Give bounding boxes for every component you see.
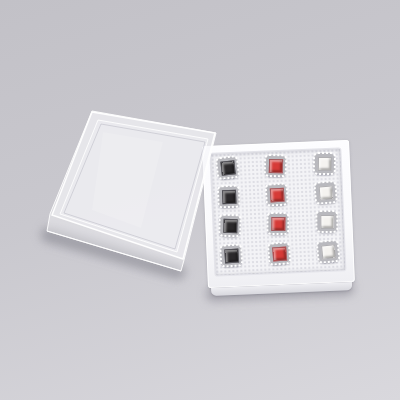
- product-photo: Twelve square crystal-halo stud earrings…: [0, 0, 400, 400]
- clear-plastic-lid: [0, 0, 400, 400]
